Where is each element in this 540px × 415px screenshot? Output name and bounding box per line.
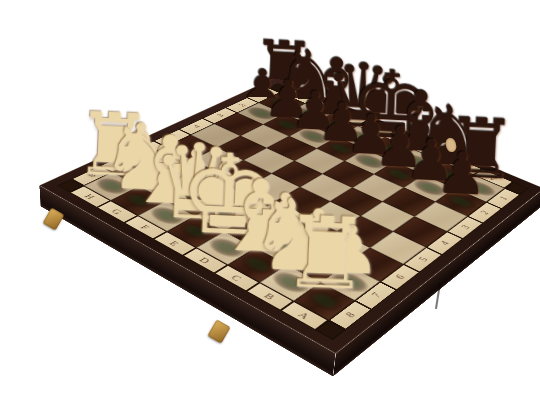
coordinate-label: 4 (438, 239, 451, 246)
rank-label-2: 2 (467, 202, 502, 224)
brass-clasp-icon (207, 319, 230, 343)
board-tilt: HGFEDCBA1♜♞♝♛♚♝♞♜12♟♟♟♟♟♟♟♟2334455667♟♟♟… (39, 77, 540, 354)
coordinate-label: 2 (479, 209, 491, 215)
rook-glyph: ♜ (280, 207, 372, 302)
coordinate-label: 3 (459, 224, 472, 231)
coordinate-label: 8 (343, 310, 357, 319)
chess-board: HGFEDCBA1♜♞♝♛♚♝♞♜12♟♟♟♟♟♟♟♟2334455667♟♟♟… (39, 77, 540, 354)
piece-white-rook[interactable]: ♜ (242, 120, 413, 303)
chess-set-photo: HGFEDCBA1♜♞♝♛♚♝♞♜12♟♟♟♟♟♟♟♟2334455667♟♟♟… (0, 0, 540, 415)
pawn-glyph: ♟ (435, 146, 489, 203)
coordinate-label: A (296, 310, 312, 320)
